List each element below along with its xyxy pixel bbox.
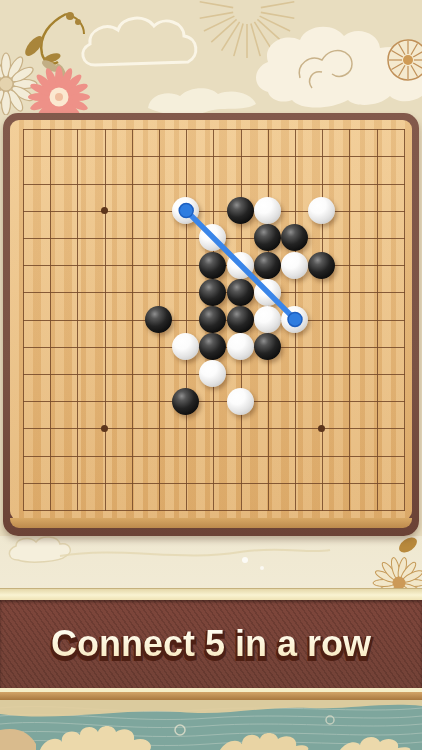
banner-top-border [0,588,422,600]
black-stone [199,279,226,306]
mid-decor [0,536,422,590]
top-decor [0,0,422,115]
pink-chrysanthemum-icon [28,66,90,115]
white-stone [227,333,254,360]
white-stone [281,306,308,333]
black-stone [254,224,281,251]
gold-chrysanthemum-icon [373,536,422,590]
black-stone [227,279,254,306]
black-stone [199,252,226,279]
white-stone [254,197,281,224]
black-stone [281,224,308,251]
white-stone [281,252,308,279]
black-stone [145,306,172,333]
black-stone [172,388,199,415]
banner: Connect 5 in a row Connect 5 in a row [0,600,422,688]
white-stone [172,333,199,360]
chrysanthemum-outline-icon [0,53,37,115]
black-stone [199,333,226,360]
banner-text: Connect 5 in a row Connect 5 in a row [0,600,422,688]
white-stone [199,360,226,387]
black-stone [227,306,254,333]
cloud-outline-icon [9,537,70,562]
white-stone [172,197,199,224]
white-stone [254,279,281,306]
star-point [101,207,108,214]
white-stone [227,252,254,279]
black-stone [254,333,281,360]
black-stone [199,306,226,333]
chrysanthemum-medallion-icon [388,40,422,80]
cloud-outline-icon [83,18,196,65]
board-frame [3,113,419,536]
black-stone [227,197,254,224]
ad-canvas: { "game": { "name": "gomoku", "variant_l… [0,0,422,750]
white-stone [199,224,226,251]
banner-tan-band [0,692,422,700]
black-stone [254,252,281,279]
star-point [318,425,325,432]
cloud-ribbon-icon [148,88,256,115]
board-lip [10,518,412,528]
white-stone [227,388,254,415]
white-stone [308,197,335,224]
wave-pattern [0,700,422,750]
star-point [101,425,108,432]
black-stone [308,252,335,279]
banner-text-label: Connect 5 in a row [0,600,422,688]
white-stone [254,306,281,333]
board-grid[interactable] [23,129,405,511]
